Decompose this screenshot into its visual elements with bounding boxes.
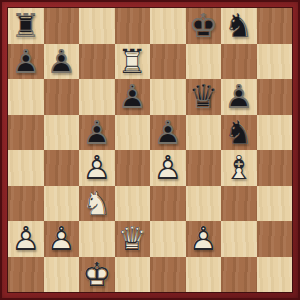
square-d4[interactable] [115,150,151,186]
square-g1[interactable] [221,257,257,293]
square-d2[interactable]: ♛♕ [115,221,151,257]
white-queen-piece: ♛♕ [115,221,151,257]
square-h7[interactable] [257,44,293,80]
square-a3[interactable] [8,186,44,222]
square-c2[interactable] [79,221,115,257]
square-b2[interactable]: ♟♙ [44,221,80,257]
chess-board: ♜♖♚♔♞♘♟♙♟♙♜♖♟♙♛♕♟♙♟♙♟♙♞♘♟♙♟♙♝♗♞♘♟♙♟♙♛♕♟♙… [8,8,292,292]
square-e6[interactable] [150,79,186,115]
white-pawn-piece: ♟♙ [79,150,115,186]
white-rook-piece: ♜♖ [115,44,151,80]
square-f7[interactable] [186,44,222,80]
square-a6[interactable] [8,79,44,115]
white-king-piece: ♚♔ [79,257,115,293]
square-c1[interactable]: ♚♔ [79,257,115,293]
square-b1[interactable] [44,257,80,293]
square-a4[interactable] [8,150,44,186]
square-e4[interactable]: ♟♙ [150,150,186,186]
square-h8[interactable] [257,8,293,44]
black-knight-piece: ♞♘ [221,8,257,44]
square-f1[interactable] [186,257,222,293]
white-pawn-piece: ♟♙ [8,221,44,257]
square-h3[interactable] [257,186,293,222]
black-knight-piece: ♞♘ [221,115,257,151]
square-e7[interactable] [150,44,186,80]
square-d8[interactable] [115,8,151,44]
white-knight-piece: ♞♘ [79,186,115,222]
square-g2[interactable] [221,221,257,257]
square-b6[interactable] [44,79,80,115]
square-d1[interactable] [115,257,151,293]
square-h4[interactable] [257,150,293,186]
square-e2[interactable] [150,221,186,257]
square-f4[interactable] [186,150,222,186]
square-d3[interactable] [115,186,151,222]
square-a5[interactable] [8,115,44,151]
square-d7[interactable]: ♜♖ [115,44,151,80]
black-king-piece: ♚♔ [186,8,222,44]
square-h6[interactable] [257,79,293,115]
square-b3[interactable] [44,186,80,222]
square-b7[interactable]: ♟♙ [44,44,80,80]
black-pawn-piece: ♟♙ [44,44,80,80]
square-h5[interactable] [257,115,293,151]
black-rook-piece: ♜♖ [8,8,44,44]
square-h2[interactable] [257,221,293,257]
black-pawn-piece: ♟♙ [79,115,115,151]
square-f5[interactable] [186,115,222,151]
white-bishop-piece: ♝♗ [221,150,257,186]
square-d6[interactable]: ♟♙ [115,79,151,115]
square-g3[interactable] [221,186,257,222]
black-pawn-piece: ♟♙ [221,79,257,115]
square-c6[interactable] [79,79,115,115]
square-e5[interactable]: ♟♙ [150,115,186,151]
white-pawn-piece: ♟♙ [186,221,222,257]
square-f2[interactable]: ♟♙ [186,221,222,257]
square-g8[interactable]: ♞♘ [221,8,257,44]
black-pawn-piece: ♟♙ [115,79,151,115]
square-c7[interactable] [79,44,115,80]
square-e3[interactable] [150,186,186,222]
square-b5[interactable] [44,115,80,151]
square-d5[interactable] [115,115,151,151]
square-c4[interactable]: ♟♙ [79,150,115,186]
square-f3[interactable] [186,186,222,222]
square-b8[interactable] [44,8,80,44]
square-a2[interactable]: ♟♙ [8,221,44,257]
black-pawn-piece: ♟♙ [150,115,186,151]
black-pawn-piece: ♟♙ [8,44,44,80]
white-pawn-piece: ♟♙ [44,221,80,257]
square-b4[interactable] [44,150,80,186]
square-c3[interactable]: ♞♘ [79,186,115,222]
square-c8[interactable] [79,8,115,44]
square-g7[interactable] [221,44,257,80]
board-frame: ♜♖♚♔♞♘♟♙♟♙♜♖♟♙♛♕♟♙♟♙♟♙♞♘♟♙♟♙♝♗♞♘♟♙♟♙♛♕♟♙… [0,0,300,300]
square-e1[interactable] [150,257,186,293]
square-a7[interactable]: ♟♙ [8,44,44,80]
square-f6[interactable]: ♛♕ [186,79,222,115]
black-queen-piece: ♛♕ [186,79,222,115]
square-a1[interactable] [8,257,44,293]
white-pawn-piece: ♟♙ [150,150,186,186]
square-a8[interactable]: ♜♖ [8,8,44,44]
square-h1[interactable] [257,257,293,293]
square-f8[interactable]: ♚♔ [186,8,222,44]
square-g4[interactable]: ♝♗ [221,150,257,186]
square-e8[interactable] [150,8,186,44]
square-c5[interactable]: ♟♙ [79,115,115,151]
square-g5[interactable]: ♞♘ [221,115,257,151]
square-g6[interactable]: ♟♙ [221,79,257,115]
